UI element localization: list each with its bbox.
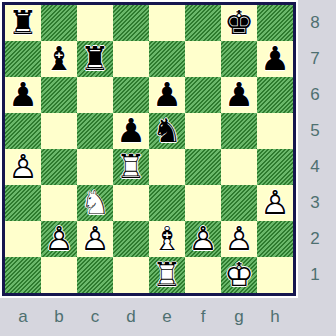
square-d7[interactable] [113,41,149,77]
board-grid: ♜♚♝♜♟♟♟♟♟♞♟♙♜♖♞♘♟♙♟♙♟♙♝♗♟♙♟♙♜♖♚♔ [5,5,293,293]
rank-label-6: 6 [296,77,334,113]
square-g7[interactable] [221,41,257,77]
white-piece-outline: ♗ [149,221,185,257]
square-g3[interactable] [221,185,257,221]
rank-label-4: 4 [296,149,334,185]
file-labels: abcdefgh [5,298,293,336]
square-h1[interactable] [257,257,293,293]
piece-black-knight: ♞ [149,113,185,149]
white-piece-outline: ♖ [149,257,185,293]
white-piece-outline: ♔ [221,257,257,293]
file-label-b: b [41,298,77,336]
piece-black-bishop: ♝ [41,41,77,77]
square-d8[interactable] [113,5,149,41]
square-f2[interactable]: ♟♙ [185,221,221,257]
file-label-g: g [221,298,257,336]
piece-white-knight: ♞♘ [77,185,113,221]
square-b2[interactable]: ♟♙ [41,221,77,257]
chess-diagram: ♜♚♝♜♟♟♟♟♟♞♟♙♜♖♞♘♟♙♟♙♟♙♝♗♟♙♟♙♜♖♚♔ abcdefg… [0,0,336,336]
square-h4[interactable] [257,149,293,185]
square-b6[interactable] [41,77,77,113]
square-c4[interactable] [77,149,113,185]
square-g1[interactable]: ♚♔ [221,257,257,293]
file-label-a: a [5,298,41,336]
square-g4[interactable] [221,149,257,185]
piece-white-rook: ♜♖ [113,149,149,185]
square-d6[interactable] [113,77,149,113]
piece-white-pawn: ♟♙ [221,221,257,257]
file-label-e: e [149,298,185,336]
square-f5[interactable] [185,113,221,149]
square-e5[interactable]: ♞ [149,113,185,149]
square-b1[interactable] [41,257,77,293]
square-a3[interactable] [5,185,41,221]
rank-label-5: 5 [296,113,334,149]
file-label-c: c [77,298,113,336]
square-e3[interactable] [149,185,185,221]
square-f4[interactable] [185,149,221,185]
white-piece-outline: ♖ [113,149,149,185]
square-f7[interactable] [185,41,221,77]
rank-label-1: 1 [296,257,334,293]
square-c5[interactable] [77,113,113,149]
square-h3[interactable]: ♟♙ [257,185,293,221]
square-f3[interactable] [185,185,221,221]
square-a8[interactable]: ♜ [5,5,41,41]
square-h8[interactable] [257,5,293,41]
white-piece-outline: ♙ [41,221,77,257]
square-b5[interactable] [41,113,77,149]
piece-black-rook: ♜ [5,5,41,41]
rank-label-3: 3 [296,185,334,221]
file-label-d: d [113,298,149,336]
square-c2[interactable]: ♟♙ [77,221,113,257]
square-a7[interactable] [5,41,41,77]
piece-black-pawn: ♟ [221,77,257,113]
square-c8[interactable] [77,5,113,41]
piece-white-rook: ♜♖ [149,257,185,293]
piece-black-pawn: ♟ [257,41,293,77]
piece-white-king: ♚♔ [221,257,257,293]
rank-label-8: 8 [296,5,334,41]
square-a4[interactable]: ♟♙ [5,149,41,185]
square-h6[interactable] [257,77,293,113]
square-e7[interactable] [149,41,185,77]
piece-black-pawn: ♟ [5,77,41,113]
square-e4[interactable] [149,149,185,185]
square-h2[interactable] [257,221,293,257]
file-label-h: h [257,298,293,336]
square-a1[interactable] [5,257,41,293]
square-b3[interactable] [41,185,77,221]
square-c7[interactable]: ♜ [77,41,113,77]
square-f8[interactable] [185,5,221,41]
piece-white-pawn: ♟♙ [41,221,77,257]
rank-label-2: 2 [296,221,334,257]
square-d4[interactable]: ♜♖ [113,149,149,185]
piece-white-bishop: ♝♗ [149,221,185,257]
square-b8[interactable] [41,5,77,41]
white-piece-outline: ♙ [185,221,221,257]
square-c1[interactable] [77,257,113,293]
square-d5[interactable]: ♟ [113,113,149,149]
piece-black-pawn: ♟ [113,113,149,149]
square-e6[interactable]: ♟ [149,77,185,113]
square-g6[interactable]: ♟ [221,77,257,113]
square-f6[interactable] [185,77,221,113]
square-c6[interactable] [77,77,113,113]
square-c3[interactable]: ♞♘ [77,185,113,221]
white-piece-outline: ♙ [5,149,41,185]
piece-white-pawn: ♟♙ [77,221,113,257]
square-a5[interactable] [5,113,41,149]
square-g5[interactable] [221,113,257,149]
square-g8[interactable]: ♚ [221,5,257,41]
white-piece-outline: ♙ [221,221,257,257]
white-piece-outline: ♙ [77,221,113,257]
piece-white-pawn: ♟♙ [257,185,293,221]
square-g2[interactable]: ♟♙ [221,221,257,257]
square-b4[interactable] [41,149,77,185]
piece-white-pawn: ♟♙ [185,221,221,257]
white-piece-outline: ♘ [77,185,113,221]
square-h5[interactable] [257,113,293,149]
square-e8[interactable] [149,5,185,41]
square-h7[interactable]: ♟ [257,41,293,77]
piece-black-king: ♚ [221,5,257,41]
square-b7[interactable]: ♝ [41,41,77,77]
square-a6[interactable]: ♟ [5,77,41,113]
square-d1[interactable] [113,257,149,293]
piece-white-pawn: ♟♙ [5,149,41,185]
piece-black-pawn: ♟ [149,77,185,113]
rank-labels: 87654321 [296,5,334,293]
square-e2[interactable]: ♝♗ [149,221,185,257]
piece-black-rook: ♜ [77,41,113,77]
chess-board: ♜♚♝♜♟♟♟♟♟♞♟♙♜♖♞♘♟♙♟♙♟♙♝♗♟♙♟♙♜♖♚♔ [2,2,296,296]
square-f1[interactable] [185,257,221,293]
file-label-f: f [185,298,221,336]
square-e1[interactable]: ♜♖ [149,257,185,293]
square-d2[interactable] [113,221,149,257]
rank-label-7: 7 [296,41,334,77]
square-d3[interactable] [113,185,149,221]
square-a2[interactable] [5,221,41,257]
white-piece-outline: ♙ [257,185,293,221]
